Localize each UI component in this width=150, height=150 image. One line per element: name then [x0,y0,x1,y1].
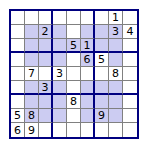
cell-r9c1[interactable]: 6 [11,123,25,137]
cell-r7c7[interactable] [95,95,109,109]
cell-r4c4[interactable] [53,53,67,67]
cell-r7c3[interactable] [39,95,53,109]
cell-r1c1[interactable] [11,11,25,25]
cell-r9c7[interactable] [95,123,109,137]
cell-r3c7[interactable] [95,39,109,53]
cell-r4c9[interactable] [123,53,137,67]
cell-r2c6[interactable] [81,25,95,39]
cell-r7c8[interactable] [109,95,123,109]
cell-r9c3[interactable] [39,123,53,137]
cell-r6c2[interactable] [25,81,39,95]
cell-r8c7[interactable]: 9 [95,109,109,123]
cell-r5c8[interactable]: 8 [109,67,123,81]
cell-r2c5[interactable] [67,25,81,39]
cell-r7c2[interactable] [25,95,39,109]
cell-r9c4[interactable] [53,123,67,137]
sudoku-board: 123451657383858969 [9,9,139,139]
cell-r7c6[interactable] [81,95,95,109]
cell-r2c4[interactable] [53,25,67,39]
cell-r8c4[interactable] [53,109,67,123]
cell-r5c9[interactable] [123,67,137,81]
cell-r3c5[interactable]: 5 [67,39,81,53]
cell-r4c5[interactable] [67,53,81,67]
cell-r2c8[interactable]: 3 [109,25,123,39]
cell-r6c3[interactable]: 3 [39,81,53,95]
cell-r9c9[interactable] [123,123,137,137]
cell-r3c1[interactable] [11,39,25,53]
cell-r7c9[interactable] [123,95,137,109]
cell-r9c8[interactable] [109,123,123,137]
cell-r1c4[interactable] [53,11,67,25]
cell-r5c4[interactable]: 3 [53,67,67,81]
cell-r4c2[interactable] [25,53,39,67]
cell-r8c2[interactable]: 8 [25,109,39,123]
cell-r5c5[interactable] [67,67,81,81]
cell-r9c6[interactable] [81,123,95,137]
cell-r8c5[interactable] [67,109,81,123]
cell-r6c6[interactable] [81,81,95,95]
cell-r2c7[interactable] [95,25,109,39]
cell-r1c7[interactable] [95,11,109,25]
cell-r8c1[interactable]: 5 [11,109,25,123]
sudoku-screenshot: 123451657383858969 [0,0,150,150]
cell-r8c8[interactable] [109,109,123,123]
cell-r8c6[interactable] [81,109,95,123]
cell-r6c8[interactable] [109,81,123,95]
cell-r6c4[interactable] [53,81,67,95]
cell-r1c5[interactable] [67,11,81,25]
cell-r9c5[interactable] [67,123,81,137]
cell-r3c9[interactable] [123,39,137,53]
cell-r6c9[interactable] [123,81,137,95]
cell-r4c7[interactable]: 5 [95,53,109,67]
cell-r5c7[interactable] [95,67,109,81]
cell-r4c6[interactable]: 6 [81,53,95,67]
cell-r3c8[interactable] [109,39,123,53]
cell-r1c9[interactable] [123,11,137,25]
cell-r3c4[interactable] [53,39,67,53]
cell-r5c3[interactable] [39,67,53,81]
cell-r6c1[interactable] [11,81,25,95]
cell-r1c3[interactable] [39,11,53,25]
cell-r6c5[interactable] [67,81,81,95]
cell-r2c9[interactable]: 4 [123,25,137,39]
cell-r3c6[interactable]: 1 [81,39,95,53]
cell-r5c2[interactable]: 7 [25,67,39,81]
cell-r8c9[interactable] [123,109,137,123]
cell-r2c2[interactable] [25,25,39,39]
cell-r1c2[interactable] [25,11,39,25]
cell-r1c6[interactable] [81,11,95,25]
cell-r3c2[interactable] [25,39,39,53]
cell-r6c7[interactable] [95,81,109,95]
cell-r1c8[interactable]: 1 [109,11,123,25]
cell-r7c4[interactable] [53,95,67,109]
cell-r2c1[interactable] [11,25,25,39]
cell-r4c1[interactable] [11,53,25,67]
cell-r5c6[interactable] [81,67,95,81]
cell-r3c3[interactable] [39,39,53,53]
cell-r5c1[interactable] [11,67,25,81]
cell-r9c2[interactable]: 9 [25,123,39,137]
cell-r2c3[interactable]: 2 [39,25,53,39]
cell-r4c3[interactable] [39,53,53,67]
cell-r7c1[interactable] [11,95,25,109]
cell-r7c5[interactable]: 8 [67,95,81,109]
cell-r8c3[interactable] [39,109,53,123]
cell-r4c8[interactable] [109,53,123,67]
